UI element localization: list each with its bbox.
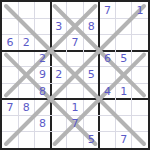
cell-r4c8[interactable]: 5 [116,51,132,67]
cell-r1c9[interactable]: 1 [132,2,148,18]
cell-r6c7[interactable]: 4 [99,83,115,99]
cell-r3c4[interactable] [51,34,67,50]
cell-r7c2[interactable]: 8 [18,99,34,115]
cell-r7c3[interactable] [34,99,50,115]
cell-r9c5[interactable] [67,132,83,148]
cell-r9c4[interactable] [51,132,67,148]
cell-r8c1[interactable] [2,116,18,132]
cell-r2c4[interactable]: 3 [51,18,67,34]
cell-r9c6[interactable]: 5 [83,132,99,148]
cell-r7c8[interactable] [116,99,132,115]
cell-r1c7[interactable]: 7 [99,2,115,18]
cell-r2c7[interactable] [99,18,115,34]
cell-r3c3[interactable] [34,34,50,50]
cell-r2c6[interactable]: 8 [83,18,99,34]
cell-r6c8[interactable]: 1 [116,83,132,99]
cell-r9c2[interactable] [18,132,34,148]
cell-r6c5[interactable] [67,83,83,99]
cell-r9c3[interactable] [34,132,50,148]
cell-r9c1[interactable] [2,132,18,148]
cell-r1c2[interactable] [18,2,34,18]
cell-r2c3[interactable] [34,18,50,34]
cell-r1c6[interactable] [83,2,99,18]
cell-r1c8[interactable] [116,2,132,18]
cell-r4c3[interactable]: 2 [34,51,50,67]
cell-r6c9[interactable] [132,83,148,99]
cell-r4c9[interactable] [132,51,148,67]
cell-r4c4[interactable] [51,51,67,67]
cell-r5c1[interactable] [2,67,18,83]
cell-r5c6[interactable]: 5 [83,67,99,83]
cell-r4c2[interactable] [18,51,34,67]
cell-r7c5[interactable]: 1 [67,99,83,115]
cell-r6c2[interactable] [18,83,34,99]
cell-r1c5[interactable] [67,2,83,18]
cell-r3c9[interactable] [132,34,148,50]
cell-r1c4[interactable] [51,2,67,18]
cell-r2c2[interactable] [18,18,34,34]
cell-r8c8[interactable] [116,116,132,132]
cell-r8c2[interactable] [18,116,34,132]
cell-r1c3[interactable] [34,2,50,18]
cell-r3c7[interactable] [99,34,115,50]
cell-r6c4[interactable] [51,83,67,99]
cell-r3c1[interactable]: 6 [2,34,18,50]
cell-r3c8[interactable] [116,34,132,50]
cell-r7c7[interactable] [99,99,115,115]
cell-r7c1[interactable]: 7 [2,99,18,115]
cell-r6c3[interactable]: 8 [34,83,50,99]
cell-r4c6[interactable] [83,51,99,67]
cell-r5c5[interactable] [67,67,83,83]
cell-r6c1[interactable] [2,83,18,99]
cell-r1c1[interactable] [2,2,18,18]
cell-r9c8[interactable]: 7 [116,132,132,148]
cell-r5c2[interactable] [18,67,34,83]
cell-r7c9[interactable] [132,99,148,115]
cell-r6c6[interactable] [83,83,99,99]
cell-r4c1[interactable] [2,51,18,67]
cell-r3c5[interactable]: 7 [67,34,83,50]
cell-r3c6[interactable] [83,34,99,50]
cell-r8c4[interactable] [51,116,67,132]
cell-r4c7[interactable]: 6 [99,51,115,67]
cell-r2c9[interactable] [132,18,148,34]
cell-r8c6[interactable] [83,116,99,132]
cell-r2c1[interactable] [2,18,18,34]
cell-r5c4[interactable]: 2 [51,67,67,83]
cell-r3c2[interactable]: 2 [18,34,34,50]
cell-r5c3[interactable]: 9 [34,67,50,83]
cell-r2c5[interactable] [67,18,83,34]
cell-r8c5[interactable]: 7 [67,116,83,132]
cell-r9c7[interactable] [99,132,115,148]
cell-r8c3[interactable]: 8 [34,116,50,132]
cell-r2c8[interactable] [116,18,132,34]
cell-r8c7[interactable] [99,116,115,132]
cell-r4c5[interactable] [67,51,83,67]
cell-r5c8[interactable] [116,67,132,83]
sudoku-board: 71386272659258417818757 [0,0,150,150]
cell-r5c7[interactable] [99,67,115,83]
cell-r7c4[interactable] [51,99,67,115]
cell-r8c9[interactable] [132,116,148,132]
cell-r5c9[interactable] [132,67,148,83]
sudoku-grid: 71386272659258417818757 [2,2,148,148]
cell-r7c6[interactable] [83,99,99,115]
cell-r9c9[interactable] [132,132,148,148]
